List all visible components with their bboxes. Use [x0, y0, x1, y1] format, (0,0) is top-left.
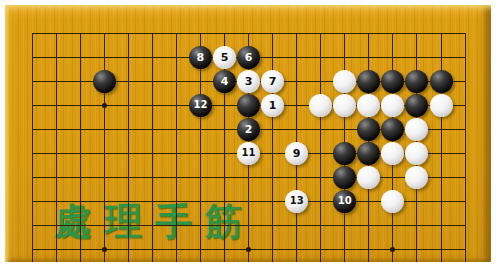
- stone: [381, 118, 404, 141]
- stone: [381, 70, 404, 93]
- stone-move-2: 2: [237, 118, 260, 141]
- grid-hline: [32, 225, 465, 226]
- stone: [381, 142, 404, 165]
- grid-vline: [32, 33, 33, 262]
- stone: [405, 118, 428, 141]
- grid-vline: [104, 33, 105, 262]
- grid-vline: [272, 33, 273, 262]
- grid-vline: [152, 33, 153, 262]
- stone: [333, 70, 356, 93]
- stone: [333, 94, 356, 117]
- grid-vline: [465, 33, 466, 262]
- stone: [357, 118, 380, 141]
- stone: [405, 142, 428, 165]
- stone-move-6: 6: [237, 46, 260, 69]
- stone: [357, 70, 380, 93]
- stone: [430, 94, 453, 117]
- stone: [357, 142, 380, 165]
- star-point: [102, 103, 107, 108]
- stone: [430, 70, 453, 93]
- stone-move-1: 1: [261, 94, 284, 117]
- grid-vline: [128, 33, 129, 262]
- stone-move-9: 9: [285, 142, 308, 165]
- stone-move-4: 4: [213, 70, 236, 93]
- stone: [381, 94, 404, 117]
- grid-vline: [56, 33, 57, 262]
- stone: [405, 70, 428, 93]
- grid-vline: [80, 33, 81, 262]
- stone-move-5: 5: [213, 46, 236, 69]
- stone: [333, 142, 356, 165]
- stone: [357, 166, 380, 189]
- stone-move-10: 10: [333, 190, 356, 213]
- stone-move-3: 3: [237, 70, 260, 93]
- grid-vline: [320, 33, 321, 262]
- caption-text: 處理手筋: [55, 197, 255, 247]
- star-point: [390, 247, 395, 252]
- grid-hline: [32, 33, 465, 34]
- stone: [93, 70, 116, 93]
- stone-move-7: 7: [261, 70, 284, 93]
- grid-hline: [32, 177, 465, 178]
- stone: [405, 94, 428, 117]
- grid-vline: [176, 33, 177, 262]
- star-point: [102, 247, 107, 252]
- stone-move-11: 11: [237, 142, 260, 165]
- stone-move-12: 12: [189, 94, 212, 117]
- stone-move-8: 8: [189, 46, 212, 69]
- stone: [381, 190, 404, 213]
- stone: [405, 166, 428, 189]
- stone: [309, 94, 332, 117]
- stone: [333, 166, 356, 189]
- stone-move-13: 13: [285, 190, 308, 213]
- go-board: 處理手筋 85643712121191310: [5, 5, 491, 262]
- grid-vline: [441, 33, 442, 262]
- star-point: [246, 247, 251, 252]
- stone: [357, 94, 380, 117]
- stone: [237, 94, 260, 117]
- go-diagram: 處理手筋 85643712121191310: [0, 0, 496, 268]
